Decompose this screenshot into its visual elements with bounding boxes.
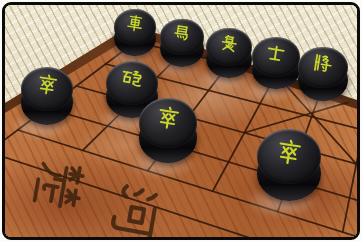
piece-character-shi <box>260 42 292 65</box>
piece-face <box>160 19 204 56</box>
piece-black-general[interactable] <box>298 47 347 100</box>
piece-character-xiang <box>214 32 245 55</box>
piece-character-ma <box>167 23 197 45</box>
piece-black-soldier[interactable] <box>139 98 198 162</box>
piece-face <box>252 37 299 77</box>
piece-character-ju <box>121 13 149 34</box>
piece-character-zu <box>29 72 65 98</box>
piece-face <box>257 129 322 184</box>
piece-face <box>139 98 198 148</box>
piece-black-soldier[interactable] <box>257 129 322 199</box>
piece-face <box>298 47 347 88</box>
piece-black-chariot[interactable] <box>114 9 156 54</box>
piece-black-advisor[interactable] <box>252 37 299 88</box>
piece-black-horse[interactable] <box>160 19 204 66</box>
piece-face <box>114 9 156 44</box>
piece-character-zu <box>267 136 311 168</box>
piece-character-zu <box>148 104 188 133</box>
board-photo <box>0 0 362 242</box>
piece-black-soldier[interactable] <box>21 67 74 124</box>
piece-face <box>206 28 252 66</box>
piece-character-pao <box>115 66 150 92</box>
photo-frame <box>2 2 360 240</box>
pieces-layer <box>5 5 357 237</box>
piece-character-jiang <box>306 51 339 75</box>
piece-black-elephant[interactable] <box>206 28 252 77</box>
